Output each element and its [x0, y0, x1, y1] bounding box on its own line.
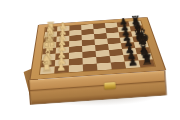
board-frame: ♜♟♟♜♞♟♟♞♝♟♟♝♛♟♟♛♚♟♟♚♝♟♟♝♞♟♟♞♜♟♟♜: [29, 17, 166, 80]
square-h6: [111, 62, 126, 70]
square-h4: [83, 64, 98, 72]
piece-black-rook: ♜: [129, 14, 142, 26]
board-grid: ♜♟♟♜♞♟♟♞♝♟♟♝♛♟♟♛♚♟♟♚♝♟♟♝♞♟♟♞♜♟♟♜: [39, 20, 156, 75]
square-b8: ♞: [130, 26, 144, 32]
square-d8: ♛: [132, 36, 146, 42]
square-d1: ♛: [43, 42, 56, 49]
square-h2: ♟: [54, 65, 68, 73]
chess-board: ♜♟♟♜♞♟♟♞♝♟♟♝♛♟♟♛♚♟♟♚♝♟♟♝♞♟♟♞♜♟♟♜: [29, 17, 166, 80]
square-h3: [69, 64, 83, 72]
brass-clasp-icon: [104, 82, 116, 90]
square-h1: ♜: [40, 66, 55, 74]
square-h5: [97, 63, 112, 71]
chess-set-photo: ♜♟♟♜♞♟♟♞♝♟♟♝♛♟♟♛♚♟♟♚♝♟♟♝♞♟♟♞♜♟♟♜: [0, 0, 180, 120]
piece-white-rook: ♜: [44, 20, 57, 32]
square-h8: ♜: [139, 60, 155, 68]
photo-scene: ♜♟♟♜♞♟♟♞♝♟♟♝♛♟♟♛♚♟♟♚♝♟♟♝♞♟♟♞♜♟♟♜: [0, 0, 180, 120]
square-d5: [94, 39, 108, 45]
